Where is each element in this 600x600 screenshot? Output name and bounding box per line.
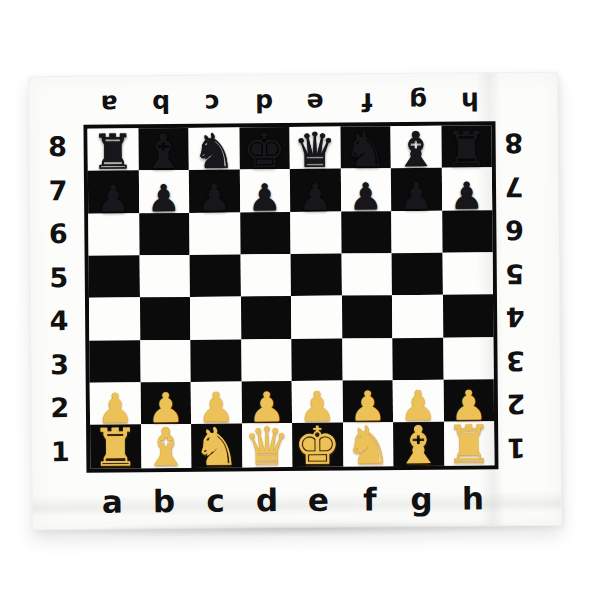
square-d1[interactable]: ♛ [242,423,293,467]
rank-labels-left: 87654321 [37,125,80,473]
file-label-top-a: a [83,84,135,122]
piece-black-pawn[interactable]: ♟ [349,181,382,215]
square-b8[interactable]: ♝ [138,128,189,171]
file-label-bottom-c: c [190,477,242,523]
chess-mat: abcdefgh 87654321 ♜♝♞♚♛♞♝♜♟♟♟♟♟♟♟♟♟♟♟♟♟♟… [28,72,562,531]
square-f3[interactable] [342,338,393,381]
rank-label-right-7: 7 [494,164,534,208]
square-f4[interactable] [341,295,392,338]
piece-white-bishop[interactable]: ♝ [395,422,442,469]
square-h1[interactable]: ♜ [444,421,495,465]
file-label-top-h: h [444,81,496,119]
square-g8[interactable]: ♝ [390,126,441,169]
rank-label-left-7: 7 [38,168,78,212]
square-a1[interactable]: ♜ [90,425,141,469]
piece-black-pawn[interactable]: ♟ [400,180,433,214]
square-c4[interactable] [190,297,241,340]
square-d4[interactable] [240,296,291,339]
rank-label-left-6: 6 [38,212,78,256]
square-c8[interactable]: ♞ [188,127,239,170]
piece-white-rook[interactable]: ♜ [92,425,139,472]
square-a5[interactable] [89,255,140,298]
square-g4[interactable] [392,295,443,338]
file-label-bottom-h: h [447,475,499,521]
square-e8[interactable]: ♛ [289,127,340,170]
piece-black-queen[interactable]: ♛ [293,129,336,173]
square-g3[interactable] [392,337,443,380]
piece-black-knight[interactable]: ♞ [192,130,235,174]
square-d8[interactable]: ♚ [239,127,290,170]
square-c3[interactable] [190,339,241,382]
file-label-bottom-a: a [87,478,139,524]
square-e4[interactable] [291,296,342,339]
file-label-top-d: d [238,83,290,121]
file-label-top-g: g [392,82,444,120]
square-d5[interactable] [240,254,291,297]
square-e5[interactable] [291,254,342,297]
square-b4[interactable] [139,297,190,340]
square-f8[interactable]: ♞ [340,126,391,169]
rank-label-left-8: 8 [37,125,77,169]
file-label-bottom-f: f [344,476,396,522]
file-labels-bottom: abcdefgh [87,475,499,525]
rank-label-right-8: 8 [493,121,533,165]
rank-label-left-1: 1 [40,429,80,473]
rank-labels-right: 87654321 [493,121,536,469]
rank-label-right-5: 5 [495,251,535,295]
square-b5[interactable] [139,255,190,298]
piece-black-pawn[interactable]: ♟ [248,181,281,215]
piece-black-bishop[interactable]: ♝ [394,128,437,172]
piece-white-knight[interactable]: ♞ [193,424,240,471]
square-b1[interactable]: ♝ [141,424,192,468]
piece-black-knight[interactable]: ♞ [344,128,387,172]
file-label-bottom-d: d [241,477,293,523]
square-e3[interactable] [291,338,342,381]
chess-board: ♜♝♞♚♛♞♝♜♟♟♟♟♟♟♟♟♟♟♟♟♟♟♟♟♜♝♞♛♚♞♝♜ [83,121,498,473]
file-label-top-b: b [135,84,187,122]
piece-white-queen[interactable]: ♛ [244,423,291,470]
square-h3[interactable] [443,337,494,380]
square-g1[interactable]: ♝ [393,422,444,466]
rank-label-right-2: 2 [496,382,536,426]
rank-label-left-5: 5 [39,255,79,299]
piece-black-pawn[interactable]: ♟ [147,182,180,216]
square-c5[interactable] [190,254,241,297]
piece-black-pawn[interactable]: ♟ [450,180,483,214]
square-a4[interactable] [89,298,140,341]
rank-label-right-6: 6 [494,208,534,252]
square-d3[interactable] [241,339,292,382]
piece-black-bishop[interactable]: ♝ [142,130,185,174]
square-h8[interactable]: ♜ [441,125,492,168]
piece-white-bishop[interactable]: ♝ [143,424,190,471]
piece-black-pawn[interactable]: ♟ [97,183,130,217]
square-a3[interactable] [89,340,140,383]
photo-backdrop: abcdefgh 87654321 ♜♝♞♚♛♞♝♜♟♟♟♟♟♟♟♟♟♟♟♟♟♟… [0,0,600,600]
square-g5[interactable] [392,253,443,296]
piece-white-rook[interactable]: ♜ [445,421,492,468]
file-label-bottom-e: e [293,477,345,523]
square-a8[interactable]: ♜ [87,128,138,171]
file-label-bottom-g: g [396,476,448,522]
file-label-bottom-b: b [138,478,190,524]
square-b3[interactable] [140,339,191,382]
rank-label-left-3: 3 [39,342,79,386]
file-label-top-e: e [289,83,341,121]
piece-black-king[interactable]: ♚ [243,129,286,173]
rank-label-right-1: 1 [496,425,536,469]
square-c1[interactable]: ♞ [191,424,242,468]
square-h5[interactable] [442,252,493,295]
square-e1[interactable]: ♚ [292,423,343,467]
rank-label-right-3: 3 [495,338,535,382]
rank-label-left-4: 4 [39,299,79,343]
piece-black-pawn[interactable]: ♟ [299,181,332,215]
square-h4[interactable] [442,295,493,338]
piece-white-king[interactable]: ♚ [294,423,341,470]
square-f5[interactable] [341,253,392,296]
piece-black-rook[interactable]: ♜ [445,127,488,171]
rank-label-left-2: 2 [40,386,80,430]
piece-black-rook[interactable]: ♜ [91,131,134,175]
piece-black-pawn[interactable]: ♟ [198,182,231,216]
file-labels-top: abcdefgh [83,81,495,123]
file-label-top-c: c [186,83,238,121]
square-f1[interactable]: ♞ [343,422,394,466]
file-label-top-f: f [341,82,393,120]
rank-label-right-4: 4 [495,295,535,339]
piece-white-knight[interactable]: ♞ [345,422,392,469]
